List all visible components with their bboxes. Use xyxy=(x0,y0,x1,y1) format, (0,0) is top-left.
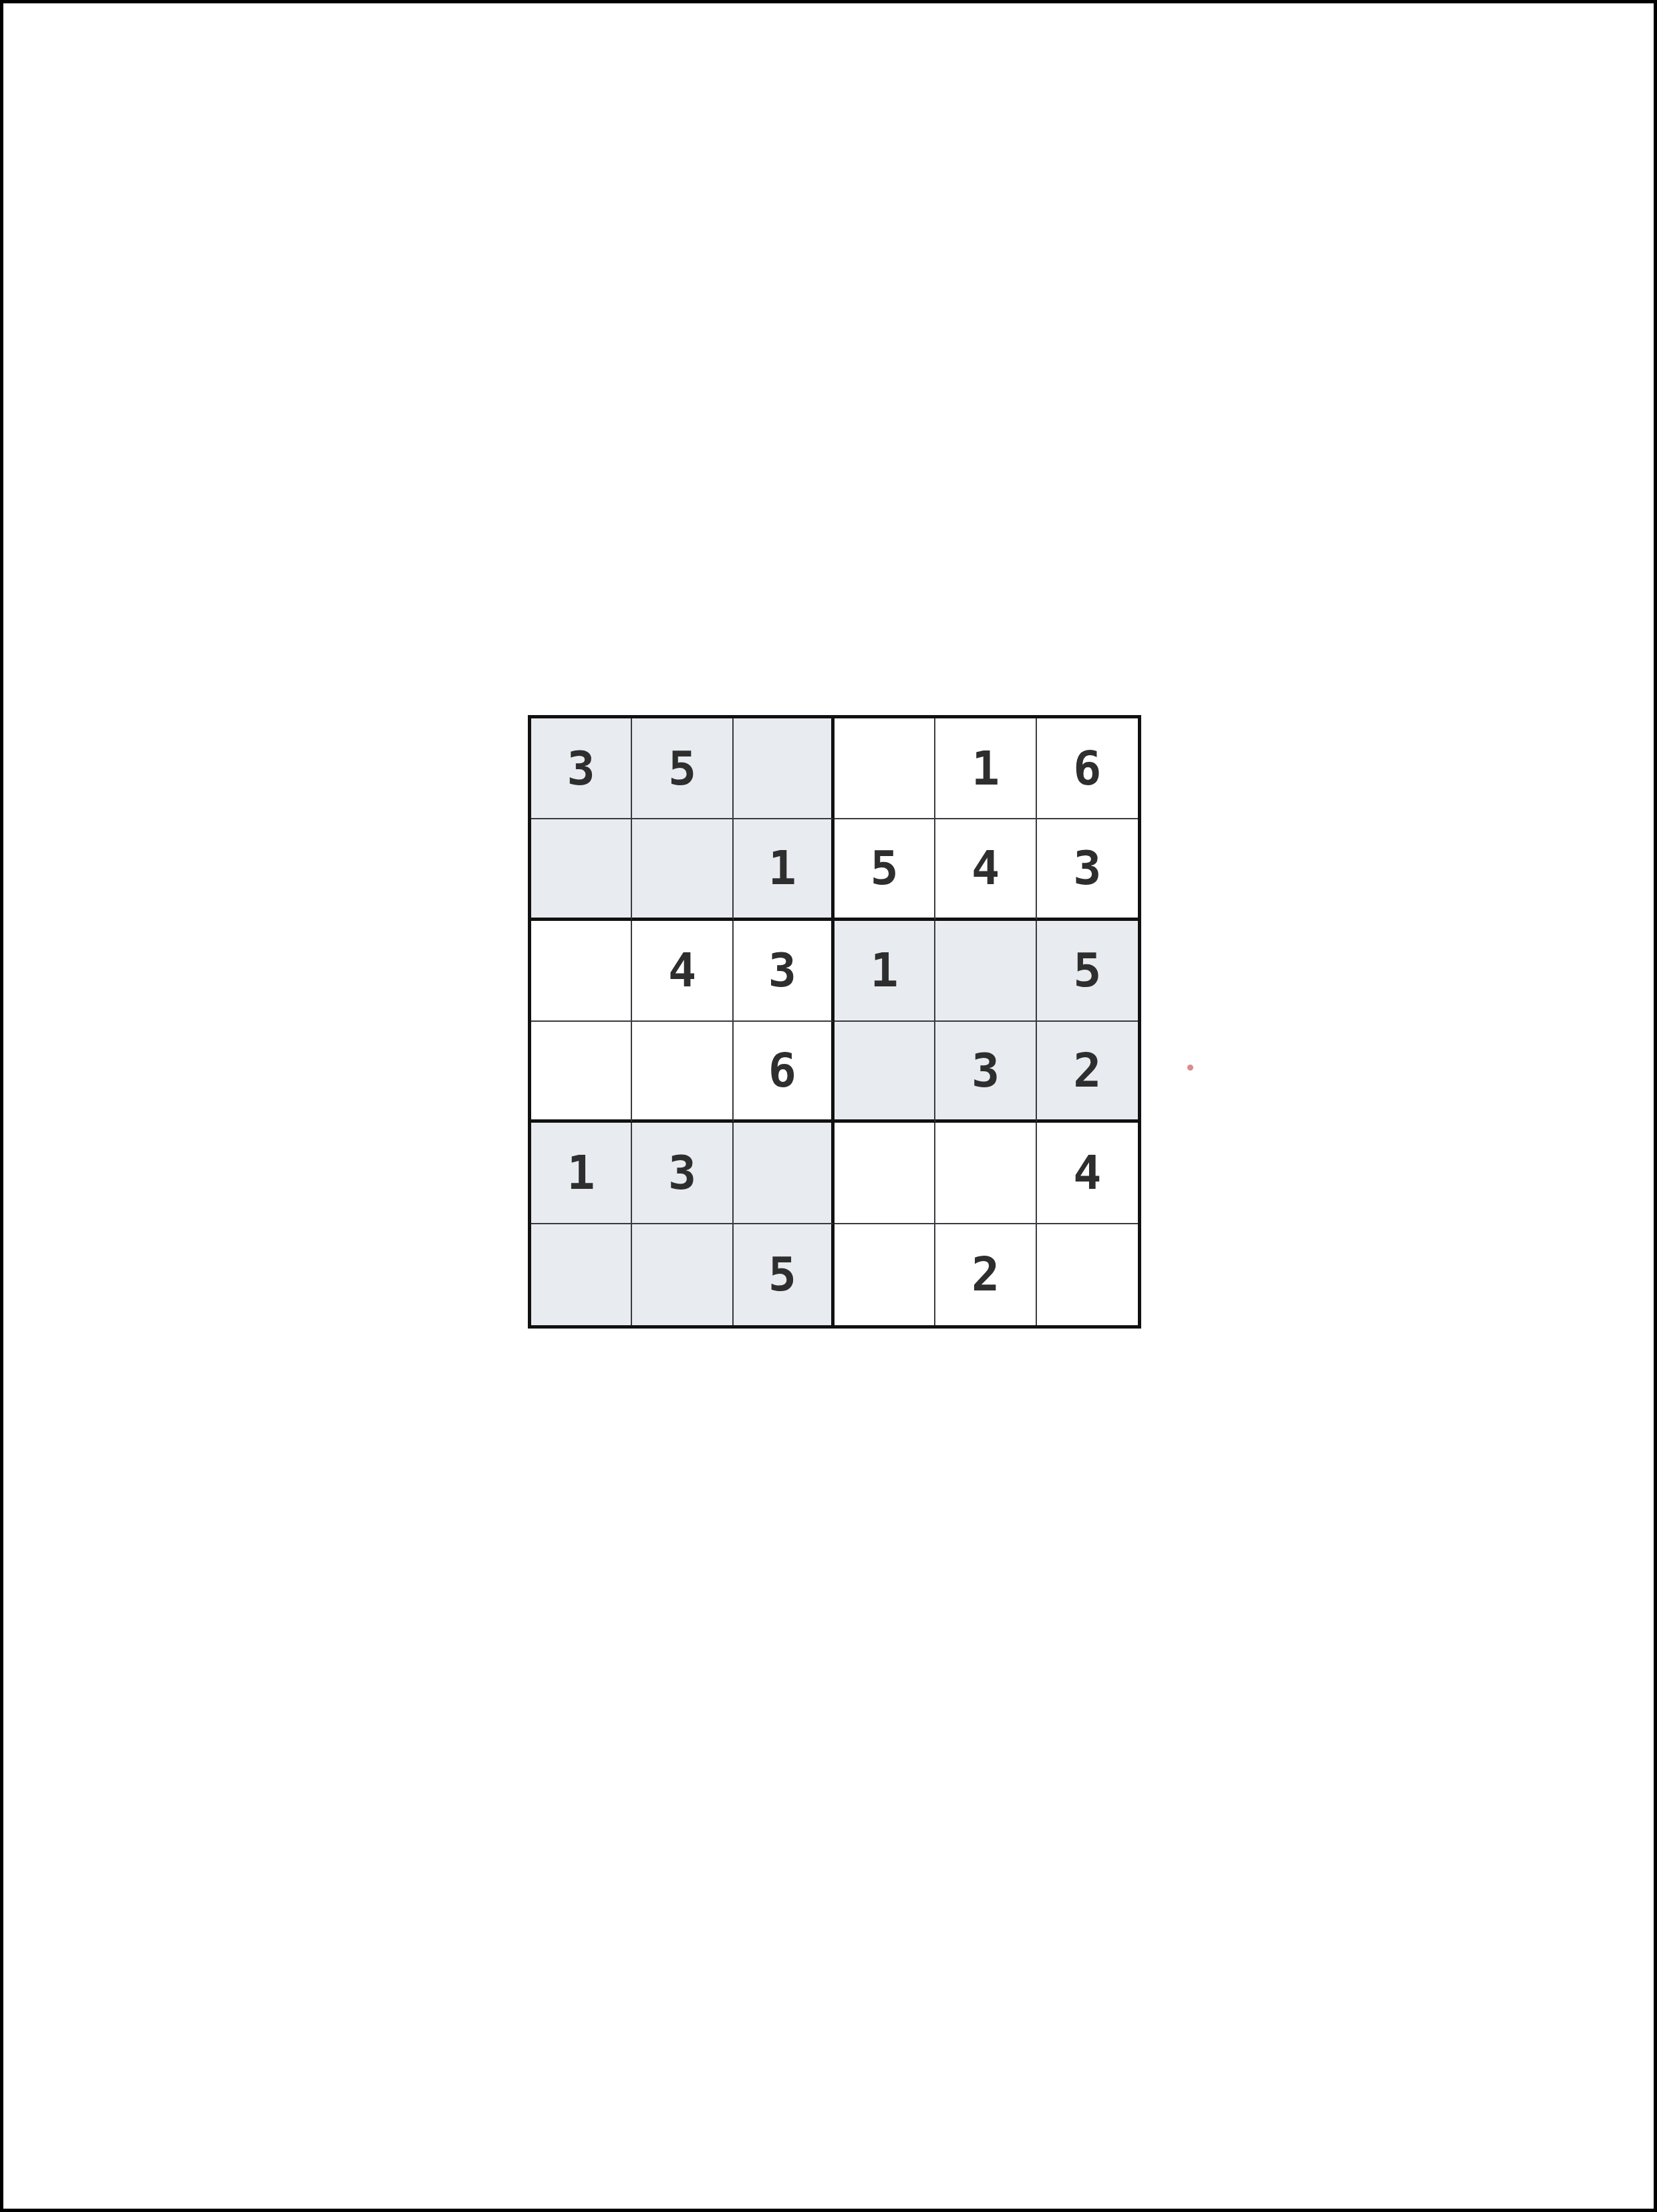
cell-r1c2-given: 5 xyxy=(632,718,733,819)
cell-r1c5-given: 1 xyxy=(935,718,1036,819)
cell-r4c1-empty[interactable] xyxy=(531,1022,632,1123)
cell-r5c3-empty[interactable] xyxy=(734,1123,835,1224)
cell-r2c5-given: 4 xyxy=(935,819,1036,920)
cell-r4c5-given: 3 xyxy=(935,1022,1036,1123)
cell-r3c1-empty[interactable] xyxy=(531,921,632,1022)
cell-r6c3-given: 5 xyxy=(734,1224,835,1325)
cell-r1c1-given: 3 xyxy=(531,718,632,819)
cell-r6c2-empty[interactable] xyxy=(632,1224,733,1325)
cell-r3c5-empty[interactable] xyxy=(935,921,1036,1022)
cell-r5c4-empty[interactable] xyxy=(835,1123,935,1224)
cell-r2c6-given: 3 xyxy=(1037,819,1138,920)
cell-r5c2-given: 3 xyxy=(632,1123,733,1224)
puzzle-page: 35161543431563213452 xyxy=(0,0,1657,2212)
cell-r4c4-empty[interactable] xyxy=(835,1022,935,1123)
cell-r1c4-empty[interactable] xyxy=(835,718,935,819)
cell-r4c3-given: 6 xyxy=(734,1022,835,1123)
scan-speck xyxy=(1187,1065,1193,1071)
cell-r5c6-given: 4 xyxy=(1037,1123,1138,1224)
cell-r6c5-given: 2 xyxy=(935,1224,1036,1325)
cell-r3c6-given: 5 xyxy=(1037,921,1138,1022)
cell-r3c3-given: 3 xyxy=(734,921,835,1022)
cell-r5c5-empty[interactable] xyxy=(935,1123,1036,1224)
cell-r2c2-empty[interactable] xyxy=(632,819,733,920)
cell-r1c6-given: 6 xyxy=(1037,718,1138,819)
cell-r3c2-given: 4 xyxy=(632,921,733,1022)
cell-r3c4-given: 1 xyxy=(835,921,935,1022)
cell-r6c1-empty[interactable] xyxy=(531,1224,632,1325)
cell-r6c4-empty[interactable] xyxy=(835,1224,935,1325)
cell-r6c6-empty[interactable] xyxy=(1037,1224,1138,1325)
cell-r4c2-empty[interactable] xyxy=(632,1022,733,1123)
cell-r2c3-given: 1 xyxy=(734,819,835,920)
cell-r1c3-empty[interactable] xyxy=(734,718,835,819)
cell-r5c1-given: 1 xyxy=(531,1123,632,1224)
cell-r4c6-given: 2 xyxy=(1037,1022,1138,1123)
cell-r2c4-given: 5 xyxy=(835,819,935,920)
cell-r2c1-empty[interactable] xyxy=(531,819,632,920)
sudoku-board: 35161543431563213452 xyxy=(528,715,1141,1329)
